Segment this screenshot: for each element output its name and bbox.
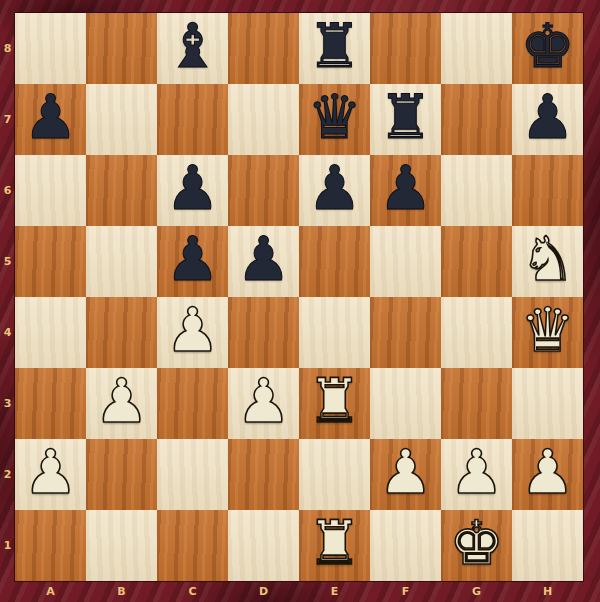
rank-label-2: 2: [0, 439, 15, 510]
piece-white-rook-e3[interactable]: ♜: [307, 365, 362, 436]
piece-white-pawn-c4[interactable]: ♟: [165, 294, 220, 365]
piece-white-pawn-a2[interactable]: ♟: [23, 436, 78, 507]
rank-label-1: 1: [0, 510, 15, 581]
piece-black-king-h8[interactable]: ♚: [520, 10, 575, 81]
file-label-b: B: [86, 581, 157, 602]
square-d6[interactable]: [228, 155, 299, 226]
square-h5[interactable]: ♞: [512, 226, 583, 297]
square-e5[interactable]: [299, 226, 370, 297]
piece-white-pawn-f2[interactable]: ♟: [378, 436, 433, 507]
square-e3[interactable]: ♜: [299, 368, 370, 439]
piece-black-pawn-f6[interactable]: ♟: [378, 152, 433, 223]
piece-black-pawn-d5[interactable]: ♟: [236, 223, 291, 294]
file-label-d: D: [228, 581, 299, 602]
square-h6[interactable]: [512, 155, 583, 226]
square-g6[interactable]: [441, 155, 512, 226]
square-b8[interactable]: [86, 13, 157, 84]
rank-label-5: 5: [0, 226, 15, 297]
piece-white-pawn-d3[interactable]: ♟: [236, 365, 291, 436]
square-a2[interactable]: ♟: [15, 439, 86, 510]
rank-label-4: 4: [0, 297, 15, 368]
file-label-g: G: [441, 581, 512, 602]
piece-white-knight-h5[interactable]: ♞: [520, 223, 575, 294]
square-f7[interactable]: ♜: [370, 84, 441, 155]
square-f6[interactable]: ♟: [370, 155, 441, 226]
square-d3[interactable]: ♟: [228, 368, 299, 439]
square-d1[interactable]: [228, 510, 299, 581]
square-e1[interactable]: ♜: [299, 510, 370, 581]
square-b6[interactable]: [86, 155, 157, 226]
file-labels: ABCDEFGH: [15, 581, 583, 602]
square-a3[interactable]: [15, 368, 86, 439]
piece-black-pawn-c5[interactable]: ♟: [165, 223, 220, 294]
square-e4[interactable]: [299, 297, 370, 368]
rank-label-3: 3: [0, 368, 15, 439]
square-b3[interactable]: ♟: [86, 368, 157, 439]
square-c4[interactable]: ♟: [157, 297, 228, 368]
file-label-a: A: [15, 581, 86, 602]
piece-black-rook-f7[interactable]: ♜: [378, 81, 433, 152]
piece-black-pawn-e6[interactable]: ♟: [307, 152, 362, 223]
square-f8[interactable]: [370, 13, 441, 84]
square-h3[interactable]: [512, 368, 583, 439]
piece-white-queen-h4[interactable]: ♛: [520, 294, 575, 365]
square-g2[interactable]: ♟: [441, 439, 512, 510]
square-d5[interactable]: ♟: [228, 226, 299, 297]
square-e7[interactable]: ♛: [299, 84, 370, 155]
square-g1[interactable]: ♚: [441, 510, 512, 581]
square-a7[interactable]: ♟: [15, 84, 86, 155]
file-label-h: H: [512, 581, 583, 602]
square-c6[interactable]: ♟: [157, 155, 228, 226]
square-c7[interactable]: [157, 84, 228, 155]
square-b1[interactable]: [86, 510, 157, 581]
square-d7[interactable]: [228, 84, 299, 155]
square-a1[interactable]: [15, 510, 86, 581]
square-b7[interactable]: [86, 84, 157, 155]
square-d2[interactable]: [228, 439, 299, 510]
piece-white-pawn-h2[interactable]: ♟: [520, 436, 575, 507]
piece-black-pawn-h7[interactable]: ♟: [520, 81, 575, 152]
square-e2[interactable]: [299, 439, 370, 510]
square-g5[interactable]: [441, 226, 512, 297]
square-h2[interactable]: ♟: [512, 439, 583, 510]
rank-label-6: 6: [0, 155, 15, 226]
piece-black-queen-e7[interactable]: ♛: [307, 81, 362, 152]
square-b4[interactable]: [86, 297, 157, 368]
chess-board: ♝♜♚♟♛♜♟♟♟♟♟♟♞♟♛♟♟♜♟♟♟♟♜♚: [15, 13, 583, 581]
piece-white-king-g1[interactable]: ♚: [449, 507, 504, 578]
board-frame: 87654321 ♝♜♚♟♛♜♟♟♟♟♟♟♞♟♛♟♟♜♟♟♟♟♜♚ ABCDEF…: [0, 0, 600, 602]
square-h4[interactable]: ♛: [512, 297, 583, 368]
square-c1[interactable]: [157, 510, 228, 581]
square-e6[interactable]: ♟: [299, 155, 370, 226]
piece-black-pawn-a7[interactable]: ♟: [23, 81, 78, 152]
square-d4[interactable]: [228, 297, 299, 368]
square-f5[interactable]: [370, 226, 441, 297]
rank-label-8: 8: [0, 13, 15, 84]
rank-labels: 87654321: [0, 13, 15, 581]
piece-black-pawn-c6[interactable]: ♟: [165, 152, 220, 223]
square-f2[interactable]: ♟: [370, 439, 441, 510]
piece-white-pawn-g2[interactable]: ♟: [449, 436, 504, 507]
square-a8[interactable]: [15, 13, 86, 84]
square-g7[interactable]: [441, 84, 512, 155]
square-h7[interactable]: ♟: [512, 84, 583, 155]
file-label-f: F: [370, 581, 441, 602]
square-f3[interactable]: [370, 368, 441, 439]
piece-black-bishop-c8[interactable]: ♝: [165, 10, 220, 81]
file-label-e: E: [299, 581, 370, 602]
square-a4[interactable]: [15, 297, 86, 368]
square-h8[interactable]: ♚: [512, 13, 583, 84]
square-g4[interactable]: [441, 297, 512, 368]
square-a6[interactable]: [15, 155, 86, 226]
square-e8[interactable]: ♜: [299, 13, 370, 84]
square-c2[interactable]: [157, 439, 228, 510]
square-b5[interactable]: [86, 226, 157, 297]
square-f1[interactable]: [370, 510, 441, 581]
piece-black-rook-e8[interactable]: ♜: [307, 10, 362, 81]
square-c8[interactable]: ♝: [157, 13, 228, 84]
piece-white-rook-e1[interactable]: ♜: [307, 507, 362, 578]
square-c5[interactable]: ♟: [157, 226, 228, 297]
piece-white-pawn-b3[interactable]: ♟: [94, 365, 149, 436]
square-a5[interactable]: [15, 226, 86, 297]
file-label-c: C: [157, 581, 228, 602]
square-f4[interactable]: [370, 297, 441, 368]
square-g3[interactable]: [441, 368, 512, 439]
square-h1[interactable]: [512, 510, 583, 581]
square-d8[interactable]: [228, 13, 299, 84]
square-c3[interactable]: [157, 368, 228, 439]
square-g8[interactable]: [441, 13, 512, 84]
square-b2[interactable]: [86, 439, 157, 510]
rank-label-7: 7: [0, 84, 15, 155]
